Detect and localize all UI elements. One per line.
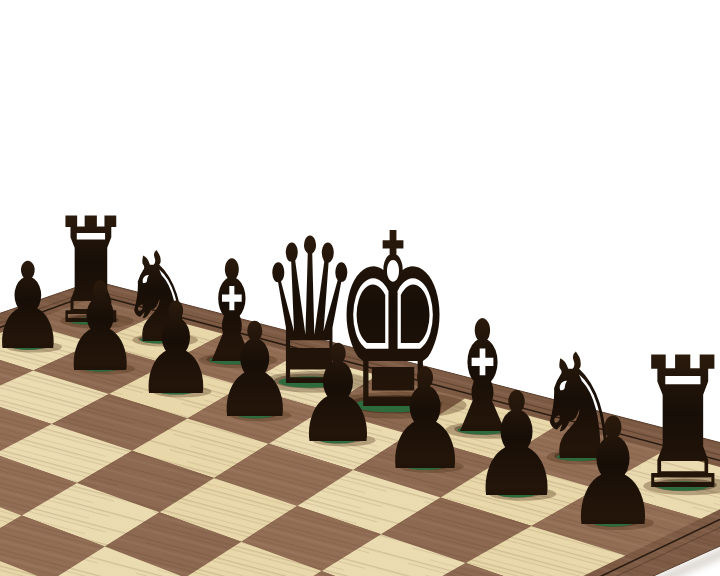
pawn-glyph: ♟ (470, 362, 563, 530)
pawn-glyph: ♟ (61, 255, 140, 398)
chess-board: ♜♞♟♝♟♛♟♚♟♝♟♞♟♜♟♟ (0, 0, 720, 576)
piece-black-pawn-d7: ♟ (213, 295, 297, 448)
piece-black-pawn-e7: ♟ (295, 316, 382, 473)
pawn-glyph: ♟ (565, 386, 661, 559)
pawn-glyph: ♟ (135, 274, 217, 422)
piece-black-pawn-g7: ♟ (470, 362, 563, 530)
piece-black-pawn-f7: ♟ (380, 338, 470, 501)
piece-black-pawn-a7: ♟ (0, 237, 67, 377)
pawn-glyph: ♟ (0, 237, 67, 377)
pawn-glyph: ♟ (380, 338, 470, 501)
piece-black-pawn-b7: ♟ (61, 255, 140, 398)
pawn-glyph: ♟ (213, 295, 297, 448)
pawn-glyph: ♟ (295, 316, 382, 473)
piece-black-pawn-h7: ♟ (565, 386, 661, 559)
piece-black-pawn-c7: ♟ (135, 274, 217, 422)
chess-product-photo: ♜♞♟♝♟♛♟♚♟♝♟♞♟♜♟♟ (0, 0, 720, 576)
